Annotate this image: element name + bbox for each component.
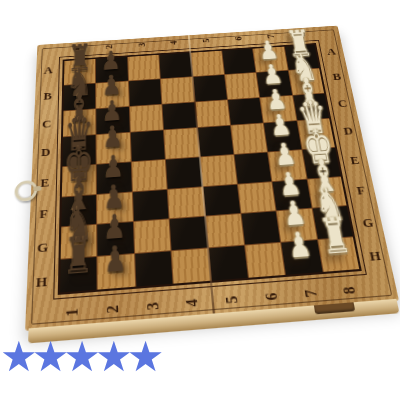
square-e8: ♚ — [302, 147, 340, 178]
square-g1: ♞ — [61, 225, 97, 259]
square-e1: ♚ — [62, 164, 96, 196]
square-b7: ♟ — [257, 71, 292, 97]
square-a6 — [222, 49, 256, 74]
square-b3 — [129, 79, 162, 106]
square-h7: ♟ — [282, 240, 323, 275]
square-f2: ♟ — [97, 192, 132, 224]
file-label-left-H: H — [30, 264, 53, 302]
file-label-left-G: G — [31, 230, 54, 266]
square-c5 — [195, 100, 230, 128]
square-d1: ♛ — [62, 135, 96, 166]
file-label-left-C: C — [36, 109, 56, 138]
square-d7: ♟ — [264, 121, 301, 151]
square-b8: ♞ — [288, 68, 323, 94]
square-b5 — [193, 75, 227, 101]
square-c6 — [228, 98, 263, 125]
square-g7: ♟ — [277, 209, 317, 242]
star-icon: ★ — [95, 336, 127, 378]
square-g5 — [206, 214, 244, 247]
square-a5 — [191, 51, 224, 76]
square-b6 — [225, 73, 259, 99]
square-a4 — [159, 53, 192, 78]
chess-board: 12345678 12345678 ABCDEFGH ABCDEFGH ♜♟♟♜… — [25, 26, 399, 331]
square-b2: ♟ — [96, 81, 128, 108]
square-d8: ♛ — [297, 119, 334, 149]
square-d4 — [164, 128, 199, 158]
square-a7: ♟ — [253, 47, 287, 72]
square-d2: ♟ — [97, 133, 131, 163]
square-c2: ♟ — [97, 107, 130, 135]
square-h3 — [135, 251, 173, 286]
square-g6 — [241, 212, 280, 245]
square-f5 — [203, 184, 240, 216]
square-c1: ♝ — [63, 109, 96, 137]
star-icon: ★ — [32, 336, 64, 378]
square-c8: ♝ — [293, 93, 329, 120]
square-c4 — [162, 102, 196, 130]
file-label-left-D: D — [35, 137, 56, 168]
square-d5 — [198, 126, 234, 156]
square-e7: ♟ — [268, 150, 306, 181]
square-f4 — [168, 187, 205, 219]
square-d3 — [131, 131, 165, 161]
square-g8: ♞ — [312, 206, 352, 239]
square-b1: ♞ — [64, 83, 96, 110]
square-f7: ♟ — [273, 179, 312, 210]
star-icon: ★ — [0, 336, 32, 378]
square-c7: ♟ — [260, 95, 296, 122]
rating-stars: ★★★★★ — [0, 336, 158, 378]
square-h5 — [209, 246, 248, 281]
star-icon: ★ — [127, 336, 159, 378]
file-label-left-B: B — [37, 83, 57, 111]
square-f1: ♝ — [61, 195, 96, 227]
product-photo: 12345678 12345678 ABCDEFGH ABCDEFGH ♜♟♟♜… — [0, 0, 400, 340]
square-h2: ♟ — [98, 254, 135, 289]
square-g3 — [134, 220, 171, 253]
square-f6 — [238, 182, 276, 214]
square-h8: ♜ — [318, 238, 359, 272]
square-e3 — [132, 159, 167, 191]
square-c3 — [130, 104, 164, 132]
square-e5 — [200, 154, 237, 185]
square-g4 — [170, 217, 208, 250]
square-g2: ♟ — [98, 222, 134, 256]
square-a3 — [128, 55, 160, 80]
latch-notch — [313, 302, 354, 314]
square-e6 — [234, 152, 271, 183]
file-label-left-A: A — [39, 57, 59, 84]
file-label-left-F: F — [33, 198, 55, 232]
star-icon: ★ — [63, 336, 95, 378]
square-e2: ♟ — [97, 162, 132, 194]
square-a2: ♟ — [96, 57, 128, 83]
square-d6 — [231, 124, 267, 154]
square-f3 — [133, 190, 169, 222]
square-h6 — [245, 243, 285, 278]
square-a8: ♜ — [284, 45, 319, 70]
square-b4 — [161, 77, 194, 103]
square-e4 — [166, 157, 202, 189]
square-h4 — [172, 249, 211, 284]
square-h1: ♜ — [60, 257, 97, 292]
square-f8: ♝ — [307, 177, 346, 208]
file-label-left-E: E — [34, 167, 55, 199]
square-a1: ♜ — [64, 59, 95, 85]
